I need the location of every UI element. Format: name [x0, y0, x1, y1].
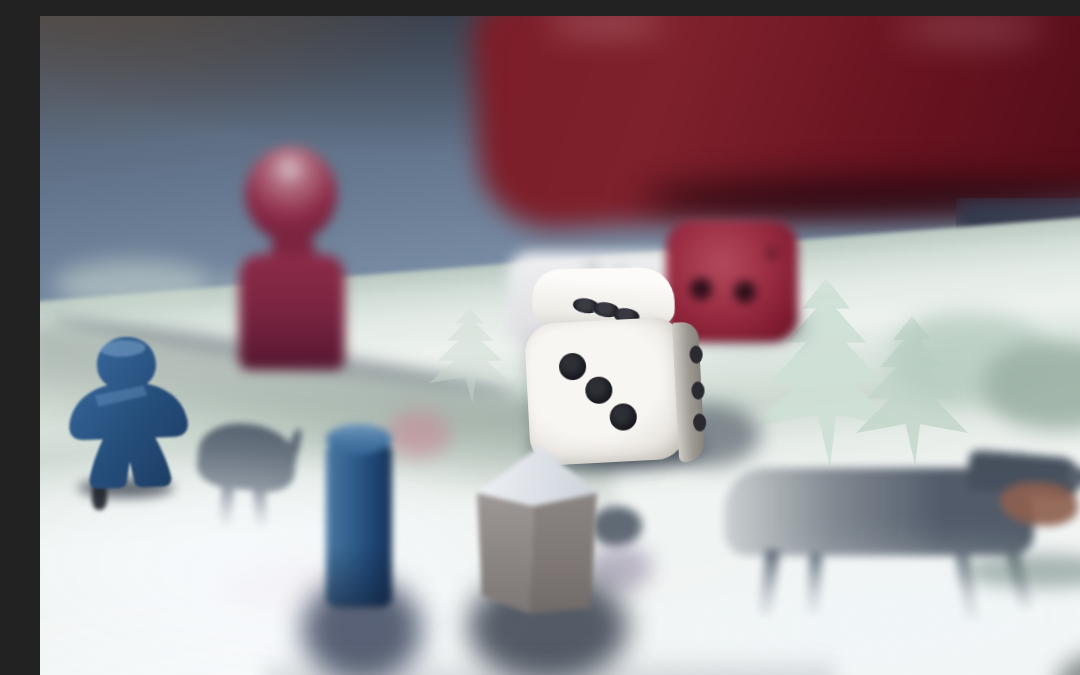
gray-cube-token	[464, 446, 604, 621]
pawn-body	[239, 254, 345, 370]
blue-meeple	[43, 315, 213, 503]
tree-illustration	[54, 260, 214, 310]
cow-horn	[1012, 450, 1026, 462]
die-pip	[764, 246, 779, 261]
die-pip	[734, 281, 756, 303]
foreground-blur	[265, 652, 835, 675]
white-die	[519, 260, 705, 469]
cow-horn	[978, 448, 994, 461]
cow-snout	[1068, 468, 1080, 486]
pawn-head	[245, 146, 337, 242]
red-pawn	[233, 144, 359, 370]
cylinder-top	[326, 424, 392, 454]
blue-cylinder-token	[326, 424, 392, 608]
meeple-silhouette	[66, 335, 190, 490]
cylinder-shade	[326, 544, 392, 608]
boardgame-photo: Close-up photo of a board game in progre…	[40, 16, 1080, 675]
